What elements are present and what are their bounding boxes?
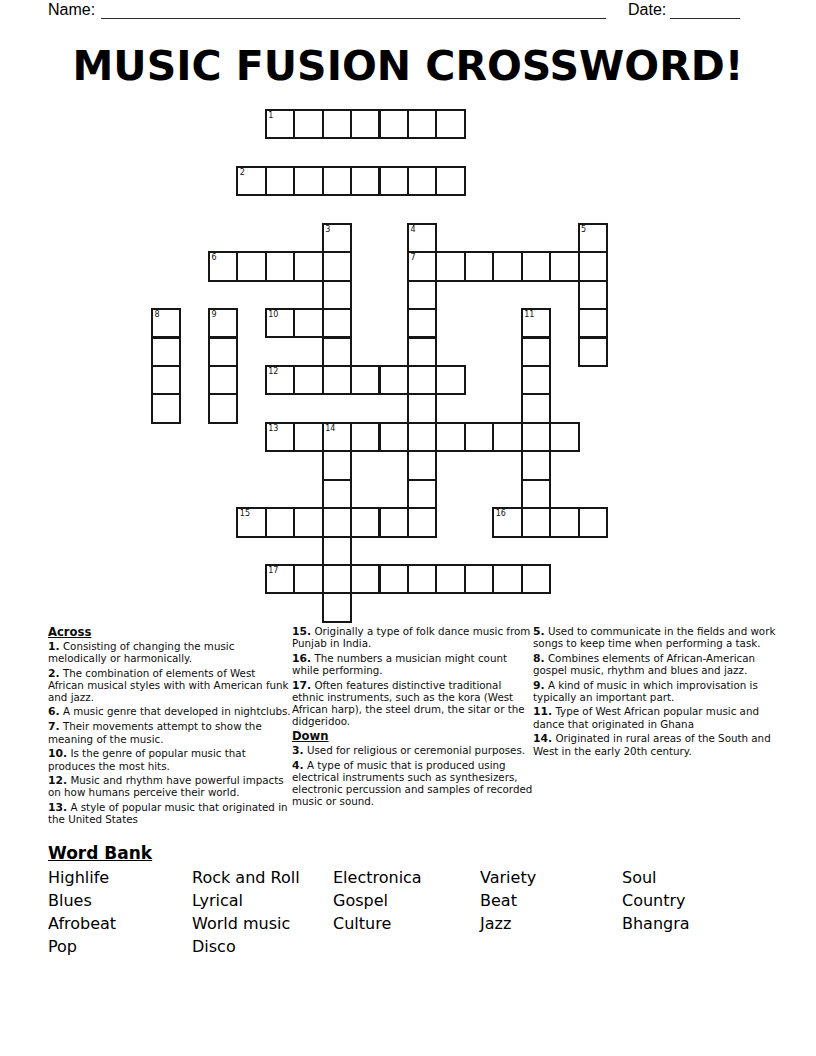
grid-cell-r7c13[interactable]: 11 <box>521 308 551 338</box>
word-bank-word: Gospel <box>333 889 422 912</box>
word-bank-column-5: SoulCountryBhangra <box>622 866 690 935</box>
grid-cell-r7c6[interactable] <box>322 308 352 338</box>
grid-cell-r2c4[interactable] <box>265 166 295 196</box>
cell-number: 14 <box>325 424 335 434</box>
grid-cell-r5c5[interactable] <box>293 251 323 281</box>
cell-number: 13 <box>268 424 278 434</box>
clue-17: 17. Often features distinctive tradition… <box>292 680 535 728</box>
word-bank-word: Rock and Roll <box>192 866 300 889</box>
grid-cell-r8c2[interactable] <box>208 337 238 367</box>
grid-cell-r0c4[interactable]: 1 <box>265 109 295 139</box>
clue-9: 9. A kind of music in which improvisatio… <box>533 680 776 704</box>
grid-cell-r2c5[interactable] <box>293 166 323 196</box>
grid-cell-r12c6[interactable] <box>322 450 352 480</box>
clues-down-header: Down <box>292 730 535 743</box>
date-label: Date: <box>628 1 666 19</box>
grid-cell-r2c6[interactable] <box>322 166 352 196</box>
cell-number: 2 <box>240 168 245 178</box>
clues-across-header: Across <box>48 626 291 639</box>
grid-cell-r14c13[interactable] <box>521 507 551 537</box>
clues-column-1: Across1. Consisting of changing the musi… <box>48 626 291 829</box>
grid-cell-r9c2[interactable] <box>208 365 238 395</box>
word-bank-word: Afrobeat <box>48 912 116 935</box>
clue-5: 5. Used to communicate in the fields and… <box>533 626 776 650</box>
clue-16: 16. The numbers a musician might count w… <box>292 653 535 677</box>
grid-cell-r4c15[interactable]: 5 <box>578 223 608 253</box>
clues-column-2: 15. Originally a type of folk dance musi… <box>292 626 535 810</box>
grid-cell-r14c12[interactable]: 16 <box>492 507 522 537</box>
clue-1: 1. Consisting of changing the music melo… <box>48 641 291 665</box>
grid-cell-r6c15[interactable] <box>578 280 608 310</box>
grid-cell-r8c9[interactable] <box>407 337 437 367</box>
clue-7: 7. Their movements attempt to show the m… <box>48 721 291 745</box>
word-bank-column-1: HighlifeBluesAfrobeatPop <box>48 866 116 958</box>
grid-cell-r15c6[interactable] <box>322 536 352 566</box>
grid-cell-r14c3[interactable]: 15 <box>236 507 266 537</box>
clue-8: 8. Combines elements of African-American… <box>533 653 776 677</box>
clue-2: 2. The combination of elements of West A… <box>48 668 291 704</box>
word-bank-header: Word Bank <box>48 843 152 863</box>
grid-cell-r14c7[interactable] <box>350 507 380 537</box>
name-label: Name: <box>48 1 95 19</box>
grid-cell-r2c10[interactable] <box>435 166 465 196</box>
word-bank-word: Culture <box>333 912 422 935</box>
grid-cell-r9c8[interactable] <box>379 365 409 395</box>
word-bank-word: Highlife <box>48 866 116 889</box>
grid-cell-r16c7[interactable] <box>350 564 380 594</box>
grid-cell-r16c8[interactable] <box>379 564 409 594</box>
grid-cell-r9c0[interactable] <box>151 365 181 395</box>
clue-14: 14. Originated in rural areas of the Sou… <box>533 733 776 757</box>
word-bank-column-4: VarietyBeatJazz <box>480 866 536 935</box>
grid-cell-r8c0[interactable] <box>151 337 181 367</box>
grid-cell-r16c13[interactable] <box>521 564 551 594</box>
word-bank-column-3: ElectronicaGospelCulture <box>333 866 422 935</box>
grid-cell-r9c4[interactable]: 12 <box>265 365 295 395</box>
clue-13: 13. A style of popular music that origin… <box>48 802 291 826</box>
grid-cell-r7c15[interactable] <box>578 308 608 338</box>
grid-cell-r14c15[interactable] <box>578 507 608 537</box>
grid-cell-r11c6[interactable]: 14 <box>322 422 352 452</box>
clue-6: 6. A music genre that developed in night… <box>48 706 291 718</box>
grid-cell-r10c13[interactable] <box>521 393 551 423</box>
grid-cell-r2c7[interactable] <box>350 166 380 196</box>
word-bank-word: Bhangra <box>622 912 690 935</box>
grid-cell-r8c13[interactable] <box>521 337 551 367</box>
word-bank-column-2: Rock and RollLyricalWorld musicDisco <box>192 866 300 958</box>
grid-cell-r11c9[interactable] <box>407 422 437 452</box>
grid-cell-r13c6[interactable] <box>322 479 352 509</box>
grid-cell-r5c14[interactable] <box>549 251 579 281</box>
grid-cell-r14c8[interactable] <box>379 507 409 537</box>
clue-4: 4. A type of music that is produced usin… <box>292 760 535 808</box>
grid-cell-r14c5[interactable] <box>293 507 323 537</box>
cell-number: 7 <box>410 253 415 263</box>
grid-cell-r0c6[interactable] <box>322 109 352 139</box>
grid-cell-r16c4[interactable]: 17 <box>265 564 295 594</box>
grid-cell-r11c12[interactable] <box>492 422 522 452</box>
word-bank-word: Jazz <box>480 912 536 935</box>
grid-cell-r5c2[interactable]: 6 <box>208 251 238 281</box>
cell-number: 6 <box>211 253 216 263</box>
grid-cell-r13c13[interactable] <box>521 479 551 509</box>
grid-cell-r9c10[interactable] <box>435 365 465 395</box>
word-bank-word: Country <box>622 889 690 912</box>
word-bank-word: Beat <box>480 889 536 912</box>
grid-cell-r5c4[interactable] <box>265 251 295 281</box>
grid-cell-r9c9[interactable] <box>407 365 437 395</box>
word-bank-word: Pop <box>48 935 116 958</box>
grid-cell-r0c5[interactable] <box>293 109 323 139</box>
word-bank-word: Soul <box>622 866 690 889</box>
cell-number: 9 <box>211 310 216 320</box>
grid-cell-r14c14[interactable] <box>549 507 579 537</box>
word-bank-word: Electronica <box>333 866 422 889</box>
grid-cell-r5c10[interactable] <box>435 251 465 281</box>
clue-11: 11. Type of West African popular music a… <box>533 706 776 730</box>
grid-cell-r7c0[interactable]: 8 <box>151 308 181 338</box>
word-bank-word: Blues <box>48 889 116 912</box>
grid-cell-r0c9[interactable] <box>407 109 437 139</box>
grid-cell-r13c9[interactable] <box>407 479 437 509</box>
grid-cell-r6c9[interactable] <box>407 280 437 310</box>
cell-number: 10 <box>268 310 278 320</box>
cell-number: 8 <box>155 310 160 320</box>
grid-cell-r9c13[interactable] <box>521 365 551 395</box>
grid-cell-r0c10[interactable] <box>435 109 465 139</box>
grid-cell-r8c15[interactable] <box>578 337 608 367</box>
cell-number: 1 <box>268 111 273 121</box>
date-fill-in-line[interactable] <box>670 1 740 19</box>
cell-number: 12 <box>268 367 278 377</box>
cell-number: 17 <box>268 566 278 576</box>
grid-cell-r5c13[interactable] <box>521 251 551 281</box>
cell-number: 16 <box>496 509 506 519</box>
grid-cell-r16c10[interactable] <box>435 564 465 594</box>
page-title: MUSIC FUSION CROSSWORD! <box>0 42 816 90</box>
grid-cell-r5c6[interactable] <box>322 251 352 281</box>
grid-cell-r7c9[interactable] <box>407 308 437 338</box>
cell-number: 4 <box>410 225 415 235</box>
grid-cell-r10c0[interactable] <box>151 393 181 423</box>
grid-cell-r4c9[interactable]: 4 <box>407 223 437 253</box>
grid-cell-r7c4[interactable]: 10 <box>265 308 295 338</box>
cell-number: 5 <box>581 225 586 235</box>
grid-cell-r16c6[interactable] <box>322 564 352 594</box>
grid-cell-r11c7[interactable] <box>350 422 380 452</box>
name-fill-in-line[interactable] <box>101 1 606 19</box>
grid-cell-r0c8[interactable] <box>379 109 409 139</box>
grid-cell-r5c11[interactable] <box>464 251 494 281</box>
word-bank: HighlifeBluesAfrobeatPopRock and RollLyr… <box>0 866 816 976</box>
grid-cell-r11c13[interactable] <box>521 422 551 452</box>
grid-cell-r2c9[interactable] <box>407 166 437 196</box>
grid-cell-r16c11[interactable] <box>464 564 494 594</box>
grid-cell-r9c7[interactable] <box>350 365 380 395</box>
grid-cell-r7c5[interactable] <box>293 308 323 338</box>
grid-cell-r5c12[interactable] <box>492 251 522 281</box>
grid-cell-r11c8[interactable] <box>379 422 409 452</box>
word-bank-word: World music <box>192 912 300 935</box>
grid-cell-r9c6[interactable] <box>322 365 352 395</box>
clues-column-3: 5. Used to communicate in the fields and… <box>533 626 776 760</box>
grid-cell-r5c3[interactable] <box>236 251 266 281</box>
grid-cell-r4c6[interactable]: 3 <box>322 223 352 253</box>
grid-cell-r14c4[interactable] <box>265 507 295 537</box>
clue-10: 10. Is the genre of popular music that p… <box>48 748 291 772</box>
grid-cell-r11c11[interactable] <box>464 422 494 452</box>
grid-cell-r0c7[interactable] <box>350 109 380 139</box>
grid-cell-r17c6[interactable] <box>322 592 352 622</box>
grid-cell-r8c6[interactable] <box>322 337 352 367</box>
grid-cell-r11c4[interactable]: 13 <box>265 422 295 452</box>
grid-cell-r2c3[interactable]: 2 <box>236 166 266 196</box>
word-bank-word: Lyrical <box>192 889 300 912</box>
grid-cell-r16c5[interactable] <box>293 564 323 594</box>
clue-12: 12. Music and rhythm have powerful impac… <box>48 775 291 799</box>
grid-cell-r5c9[interactable]: 7 <box>407 251 437 281</box>
grid-cell-r9c5[interactable] <box>293 365 323 395</box>
cell-number: 3 <box>325 225 330 235</box>
word-bank-word: Variety <box>480 866 536 889</box>
grid-cell-r2c8[interactable] <box>379 166 409 196</box>
grid-cell-r14c9[interactable] <box>407 507 437 537</box>
clue-3: 3. Used for religious or ceremonial purp… <box>292 745 535 757</box>
grid-cell-r10c2[interactable] <box>208 393 238 423</box>
grid-cell-r11c14[interactable] <box>549 422 579 452</box>
grid-cell-r7c2[interactable]: 9 <box>208 308 238 338</box>
clue-15: 15. Originally a type of folk dance musi… <box>292 626 535 650</box>
grid-cell-r16c9[interactable] <box>407 564 437 594</box>
grid-cell-r10c9[interactable] <box>407 393 437 423</box>
grid-cell-r11c10[interactable] <box>435 422 465 452</box>
cell-number: 15 <box>240 509 250 519</box>
grid-cell-r12c9[interactable] <box>407 450 437 480</box>
grid-cell-r12c13[interactable] <box>521 450 551 480</box>
word-bank-word: Disco <box>192 935 300 958</box>
grid-cell-r6c6[interactable] <box>322 280 352 310</box>
cell-number: 11 <box>524 310 534 320</box>
grid-cell-r16c12[interactable] <box>492 564 522 594</box>
worksheet-page: Name: Date: MUSIC FUSION CROSSWORD! 1234… <box>0 0 816 1056</box>
grid-cell-r11c5[interactable] <box>293 422 323 452</box>
grid-cell-r14c6[interactable] <box>322 507 352 537</box>
grid-cell-r5c15[interactable] <box>578 251 608 281</box>
